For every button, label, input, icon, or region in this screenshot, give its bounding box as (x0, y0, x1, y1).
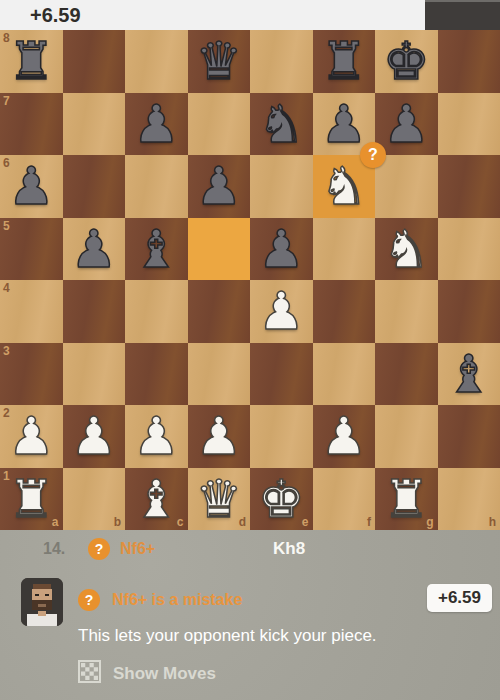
square-c7[interactable]: ♟ (125, 93, 188, 156)
square-f2[interactable]: ♟ (313, 405, 376, 468)
square-c3[interactable] (125, 343, 188, 406)
rank-label-8: 8 (3, 31, 10, 45)
piece-black-bishop-h3[interactable]: ♝ (438, 343, 500, 406)
square-f5[interactable] (313, 218, 376, 281)
piece-white-pawn-b2[interactable]: ♟ (63, 405, 126, 468)
file-label-a: a (52, 515, 59, 529)
rank-label-7: 7 (3, 94, 10, 108)
square-c4[interactable] (125, 280, 188, 343)
move-list-row: 14. ? Nf6+ Kh8 (0, 530, 500, 570)
file-label-g: g (426, 515, 433, 529)
square-d7[interactable] (188, 93, 251, 156)
mistake-badge-icon: ? (78, 589, 100, 611)
move-number: 14. (43, 540, 65, 558)
piece-white-pawn-f2[interactable]: ♟ (313, 405, 376, 468)
rank-label-1: 1 (3, 469, 10, 483)
square-d3[interactable] (188, 343, 251, 406)
square-d2[interactable]: ♟ (188, 405, 251, 468)
square-e7[interactable]: ♞ (250, 93, 313, 156)
square-e6[interactable] (250, 155, 313, 218)
square-d8[interactable]: ♛ (188, 30, 251, 93)
square-g5[interactable]: ♞ (375, 218, 438, 281)
square-h6[interactable] (438, 155, 500, 218)
square-f1[interactable]: f (313, 468, 376, 531)
piece-black-king-g8[interactable]: ♚ (375, 30, 438, 93)
file-label-h: h (489, 515, 496, 529)
square-a5[interactable]: 5 (0, 218, 63, 281)
piece-white-pawn-c2[interactable]: ♟ (125, 405, 188, 468)
square-b7[interactable] (63, 93, 126, 156)
square-b5[interactable]: ♟ (63, 218, 126, 281)
piece-white-pawn-e4[interactable]: ♟ (250, 280, 313, 343)
square-e2[interactable] (250, 405, 313, 468)
analysis-explanation: This lets your opponent kick your piece. (78, 626, 500, 646)
eval-bar: +6.59 (0, 0, 500, 30)
square-h4[interactable] (438, 280, 500, 343)
rank-label-2: 2 (3, 406, 10, 420)
square-g3[interactable] (375, 343, 438, 406)
file-label-c: c (177, 515, 184, 529)
square-b6[interactable] (63, 155, 126, 218)
mistake-badge-icon: ? (88, 538, 110, 560)
square-a8[interactable]: 8♜ (0, 30, 63, 93)
piece-black-queen-d8[interactable]: ♛ (188, 30, 251, 93)
square-g7[interactable]: ♟ (375, 93, 438, 156)
square-a3[interactable]: 3 (0, 343, 63, 406)
rank-label-6: 6 (3, 156, 10, 170)
avatar (21, 578, 63, 626)
square-e1[interactable]: e♚ (250, 468, 313, 531)
eval-bar-white-section: +6.59 (0, 0, 425, 30)
square-c1[interactable]: c♝ (125, 468, 188, 531)
square-g8[interactable]: ♚ (375, 30, 438, 93)
square-b8[interactable] (63, 30, 126, 93)
square-d4[interactable] (188, 280, 251, 343)
square-b1[interactable]: b (63, 468, 126, 531)
square-g1[interactable]: g♜ (375, 468, 438, 531)
square-e3[interactable] (250, 343, 313, 406)
chess-board: 8♜♛♜♚7♟♞♟♟6♟♟♞5♟♝♟♞4♟3♝2♟♟♟♟♟1a♜bc♝d♛e♚f… (0, 30, 500, 530)
eval-score-badge: +6.59 (427, 584, 492, 612)
square-f4[interactable] (313, 280, 376, 343)
square-d5[interactable] (188, 218, 251, 281)
white-move[interactable]: Nf6+ (120, 540, 155, 558)
eval-bar-black-section (425, 0, 500, 30)
analysis-panel: 14. ? Nf6+ Kh8 ? Nf6+ is a mistake (0, 530, 500, 700)
piece-black-bishop-c5[interactable]: ♝ (125, 218, 188, 281)
square-e8[interactable] (250, 30, 313, 93)
square-a1[interactable]: 1a♜ (0, 468, 63, 531)
square-b4[interactable] (63, 280, 126, 343)
file-label-e: e (302, 515, 309, 529)
square-d6[interactable]: ♟ (188, 155, 251, 218)
piece-white-knight-g5[interactable]: ♞ (375, 218, 438, 281)
show-moves-label: Show Moves (113, 664, 216, 684)
square-h8[interactable] (438, 30, 500, 93)
piece-black-pawn-d6[interactable]: ♟ (188, 155, 251, 218)
square-c6[interactable] (125, 155, 188, 218)
square-e4[interactable]: ♟ (250, 280, 313, 343)
square-f8[interactable]: ♜ (313, 30, 376, 93)
square-b3[interactable] (63, 343, 126, 406)
square-e5[interactable]: ♟ (250, 218, 313, 281)
square-h1[interactable]: h (438, 468, 500, 531)
analysis-body: ? Nf6+ is a mistake +6.59 This lets your… (78, 588, 500, 687)
eval-score: +6.59 (30, 4, 81, 27)
file-label-d: d (239, 515, 246, 529)
chess-analysis-app: +6.59 8♜♛♜♚7♟♞♟♟6♟♟♞5♟♝♟♞4♟3♝2♟♟♟♟♟1a♜bc… (0, 0, 500, 700)
square-g4[interactable] (375, 280, 438, 343)
file-label-b: b (114, 515, 121, 529)
piece-white-pawn-d2[interactable]: ♟ (188, 405, 251, 468)
piece-black-knight-e7[interactable]: ♞ (250, 93, 313, 156)
square-h3[interactable]: ♝ (438, 343, 500, 406)
square-a4[interactable]: 4 (0, 280, 63, 343)
square-c8[interactable] (125, 30, 188, 93)
file-label-f: f (367, 515, 371, 529)
square-b2[interactable]: ♟ (63, 405, 126, 468)
square-h5[interactable] (438, 218, 500, 281)
black-move[interactable]: Kh8 (273, 539, 305, 559)
square-c5[interactable]: ♝ (125, 218, 188, 281)
square-h7[interactable] (438, 93, 500, 156)
piece-black-pawn-c7[interactable]: ♟ (125, 93, 188, 156)
piece-black-pawn-b5[interactable]: ♟ (63, 218, 126, 281)
piece-black-pawn-g7[interactable]: ♟ (375, 93, 438, 156)
square-d1[interactable]: d♛ (188, 468, 251, 531)
piece-black-pawn-e5[interactable]: ♟ (250, 218, 313, 281)
analysis-title: Nf6+ is a mistake (112, 591, 242, 609)
square-a6[interactable]: 6♟ (0, 155, 63, 218)
rank-label-3: 3 (3, 344, 10, 358)
square-h2[interactable] (438, 405, 500, 468)
piece-black-rook-f8[interactable]: ♜ (313, 30, 376, 93)
square-g6[interactable] (375, 155, 438, 218)
rank-label-5: 5 (3, 219, 10, 233)
mini-chessboard-icon (78, 660, 101, 687)
analysis-title-line: ? Nf6+ is a mistake +6.59 (78, 588, 500, 614)
square-c2[interactable]: ♟ (125, 405, 188, 468)
square-f3[interactable] (313, 343, 376, 406)
rank-label-4: 4 (3, 281, 10, 295)
square-a7[interactable]: 7 (0, 93, 63, 156)
show-moves-button[interactable]: Show Moves (78, 660, 500, 687)
square-g2[interactable] (375, 405, 438, 468)
mistake-badge-icon: ? (360, 142, 386, 168)
square-a2[interactable]: 2♟ (0, 405, 63, 468)
